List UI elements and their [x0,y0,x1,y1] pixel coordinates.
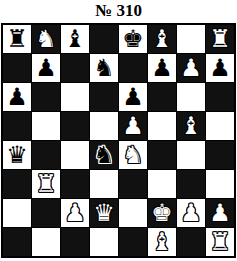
black-bishop: ♝ [64,25,86,53]
square-b4[interactable] [32,141,60,169]
square-f8[interactable]: ♝ [148,25,176,53]
square-f5[interactable] [148,112,176,140]
black-knight: ♞ [93,141,115,169]
square-c1[interactable] [61,228,89,256]
square-b6[interactable] [32,83,60,111]
square-e5[interactable]: ♟ [119,112,147,140]
white-pawn: ♟ [180,54,202,82]
square-g7[interactable]: ♟ [177,54,205,82]
black-rook: ♜ [6,25,28,53]
square-e1[interactable] [119,228,147,256]
square-f7[interactable]: ♟ [148,54,176,82]
white-rook: ♜ [209,25,231,53]
white-bishop: ♝ [151,25,173,53]
square-d3[interactable] [90,170,118,198]
square-b7[interactable]: ♟ [32,54,60,82]
square-a2[interactable] [3,199,31,227]
square-f6[interactable] [148,83,176,111]
white-pawn: ♟ [122,112,144,140]
square-a1[interactable] [3,228,31,256]
square-e6[interactable]: ♟ [119,83,147,111]
square-e4[interactable]: ♞ [119,141,147,169]
black-queen: ♛ [6,141,28,169]
black-pawn: ♟ [151,54,173,82]
white-bishop: ♝ [180,112,202,140]
square-c6[interactable] [61,83,89,111]
square-h2[interactable]: ♟ [206,199,234,227]
square-g2[interactable]: ♟ [177,199,205,227]
square-g8[interactable] [177,25,205,53]
square-h3[interactable] [206,170,234,198]
white-pawn: ♟ [64,199,86,227]
square-d4[interactable]: ♞ [90,141,118,169]
square-a4[interactable]: ♛ [3,141,31,169]
white-pawn: ♟ [209,199,231,227]
square-b2[interactable] [32,199,60,227]
square-c7[interactable] [61,54,89,82]
square-f4[interactable] [148,141,176,169]
white-pawn: ♟ [180,199,202,227]
square-a8[interactable]: ♜ [3,25,31,53]
square-e8[interactable]: ♚ [119,25,147,53]
square-a7[interactable] [3,54,31,82]
white-king: ♚ [151,199,173,227]
black-king: ♚ [122,25,144,53]
square-a6[interactable]: ♟ [3,83,31,111]
square-c4[interactable] [61,141,89,169]
square-h7[interactable]: ♟ [206,54,234,82]
square-e3[interactable] [119,170,147,198]
square-g3[interactable] [177,170,205,198]
white-rook: ♜ [209,228,231,256]
square-b1[interactable] [32,228,60,256]
square-f3[interactable] [148,170,176,198]
black-pawn: ♟ [122,83,144,111]
white-queen: ♛ [93,199,115,227]
square-a5[interactable] [3,112,31,140]
square-c3[interactable] [61,170,89,198]
square-g4[interactable] [177,141,205,169]
white-knight: ♞ [122,141,144,169]
square-h4[interactable] [206,141,234,169]
square-b3[interactable]: ♜ [32,170,60,198]
square-d5[interactable] [90,112,118,140]
square-h8[interactable]: ♜ [206,25,234,53]
black-pawn: ♟ [209,54,231,82]
square-d6[interactable] [90,83,118,111]
square-h1[interactable]: ♜ [206,228,234,256]
square-b5[interactable] [32,112,60,140]
black-pawn: ♟ [35,54,57,82]
white-bishop: ♝ [151,228,173,256]
square-d1[interactable] [90,228,118,256]
square-h5[interactable] [206,112,234,140]
square-e7[interactable] [119,54,147,82]
square-c2[interactable]: ♟ [61,199,89,227]
puzzle-number-title: № 310 [0,0,237,21]
chess-board: ♜♞♝♚♝♜♟♞♟♟♟♟♟♟♝♛♞♞♜♟♛♚♟♟♝♜ [1,23,236,258]
square-d8[interactable] [90,25,118,53]
square-c5[interactable] [61,112,89,140]
square-b8[interactable]: ♞ [32,25,60,53]
white-knight: ♞ [35,25,57,53]
square-h6[interactable] [206,83,234,111]
square-a3[interactable] [3,170,31,198]
puzzle-page: № 310 ♜♞♝♚♝♜♟♞♟♟♟♟♟♟♝♛♞♞♜♟♛♚♟♟♝♜ [0,0,237,261]
square-g1[interactable] [177,228,205,256]
white-rook: ♜ [35,170,57,198]
black-pawn: ♟ [6,83,28,111]
square-g5[interactable]: ♝ [177,112,205,140]
square-f2[interactable]: ♚ [148,199,176,227]
square-e2[interactable] [119,199,147,227]
square-f1[interactable]: ♝ [148,228,176,256]
square-g6[interactable] [177,83,205,111]
square-c8[interactable]: ♝ [61,25,89,53]
square-d2[interactable]: ♛ [90,199,118,227]
square-d7[interactable]: ♞ [90,54,118,82]
black-knight: ♞ [93,54,115,82]
